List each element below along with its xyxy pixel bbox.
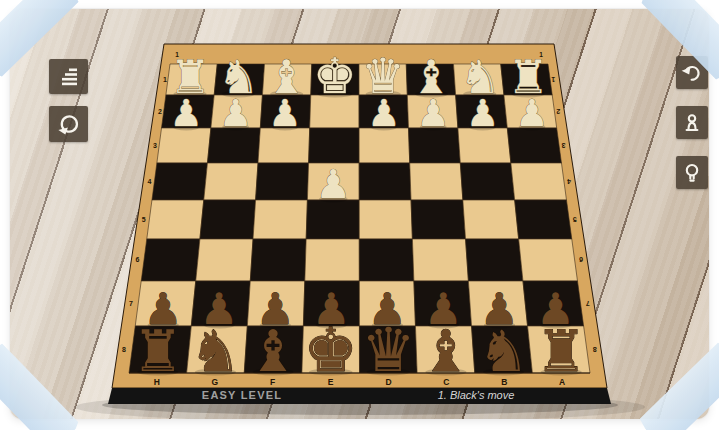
square-a5[interactable]: [515, 200, 572, 239]
rank-label-left: 7: [129, 300, 133, 307]
square-g5[interactable]: [200, 200, 256, 239]
square-e6[interactable]: [305, 239, 360, 281]
white-pawn[interactable]: ♟: [170, 92, 203, 135]
black-bishop[interactable]: ♝: [420, 318, 471, 384]
rank-label-right: 3: [561, 142, 565, 149]
square-h5[interactable]: [147, 200, 204, 239]
square-f4[interactable]: [256, 163, 309, 200]
square-d4[interactable]: [359, 163, 411, 200]
white-pawn[interactable]: ♟: [417, 92, 450, 135]
black-rook[interactable]: ♜: [536, 318, 587, 384]
square-a4[interactable]: [511, 163, 567, 200]
square-a6[interactable]: [519, 239, 578, 281]
rank-label-right: 6: [579, 256, 583, 263]
rank-label-right: 5: [573, 216, 577, 223]
square-f5[interactable]: [253, 200, 307, 239]
hint-button[interactable]: [676, 156, 708, 189]
rank-label-left: 2: [158, 108, 162, 115]
rank-label-left: 1: [163, 76, 167, 83]
status-move: 1. Black's move: [438, 389, 515, 401]
black-knight[interactable]: ♞: [190, 318, 241, 384]
rank-label-right: 4: [567, 178, 571, 185]
square-b6[interactable]: [466, 239, 523, 281]
white-pawn[interactable]: ♟: [316, 161, 352, 207]
player-button[interactable]: [676, 106, 708, 139]
rank-label-right: 7: [586, 300, 590, 307]
black-rook[interactable]: ♜: [132, 318, 183, 384]
white-pawn[interactable]: ♟: [219, 92, 252, 135]
white-pawn[interactable]: ♟: [367, 92, 400, 135]
undo-icon: [680, 61, 704, 85]
chess-board[interactable]: HGFEDCBA112233445566778811EASY LEVEL1. B…: [10, 9, 709, 419]
black-queen[interactable]: ♛: [361, 315, 415, 385]
menu-icon: [57, 65, 81, 89]
square-c6[interactable]: [412, 239, 468, 281]
square-c5[interactable]: [411, 200, 465, 239]
square-c4[interactable]: [410, 163, 463, 200]
restart-button[interactable]: [49, 106, 88, 142]
white-king[interactable]: ♚: [313, 48, 357, 104]
app-window: HGFEDCBA112233445566778811EASY LEVEL1. B…: [0, 0, 719, 430]
square-b5[interactable]: [463, 200, 519, 239]
rank-label-left: 3: [153, 142, 157, 149]
status-level: EASY LEVEL: [202, 389, 282, 401]
square-h4[interactable]: [152, 163, 207, 200]
rank-label-left: 8: [122, 346, 126, 353]
square-d6[interactable]: [359, 239, 414, 281]
rank-label-right: 8: [593, 346, 597, 353]
black-knight[interactable]: ♞: [478, 318, 529, 384]
rank-label-left: 6: [136, 256, 140, 263]
menu-button[interactable]: [49, 59, 88, 94]
square-g4[interactable]: [204, 163, 258, 200]
square-g6[interactable]: [196, 239, 253, 281]
rank-label-right: 2: [556, 108, 560, 115]
square-b4[interactable]: [460, 163, 514, 200]
wood-floor-background: HGFEDCBA112233445566778811EASY LEVEL1. B…: [10, 9, 709, 419]
square-f6[interactable]: [250, 239, 306, 281]
black-bishop[interactable]: ♝: [247, 318, 298, 384]
white-pawn[interactable]: ♟: [466, 92, 499, 135]
white-pawn[interactable]: ♟: [268, 92, 301, 135]
white-pawn[interactable]: ♟: [515, 92, 548, 135]
rank-label-left: 4: [147, 178, 151, 185]
square-e3[interactable]: [309, 128, 360, 163]
player-icon: [680, 111, 704, 135]
rank-label-left: 5: [142, 216, 146, 223]
square-h6[interactable]: [141, 239, 200, 281]
square-d5[interactable]: [359, 200, 412, 239]
rank-label-right: 1: [551, 76, 555, 83]
black-king[interactable]: ♚: [304, 315, 358, 385]
hint-icon: [680, 161, 704, 185]
restart-icon: [56, 111, 82, 137]
